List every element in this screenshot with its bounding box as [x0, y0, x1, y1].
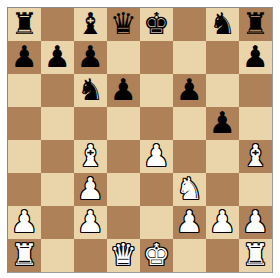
square-f8[interactable] [173, 8, 206, 41]
square-c6[interactable]: ♞ [74, 74, 107, 107]
piece-white-pawn: ♟ [209, 206, 236, 238]
piece-black-knight: ♞ [77, 74, 104, 106]
square-d1[interactable]: ♛ [107, 239, 140, 272]
piece-white-queen: ♛ [110, 239, 137, 271]
piece-black-knight: ♞ [209, 8, 236, 40]
square-c2[interactable]: ♟ [74, 206, 107, 239]
square-c5[interactable] [74, 107, 107, 140]
piece-white-rook: ♜ [242, 239, 269, 271]
square-h1[interactable]: ♜ [239, 239, 272, 272]
piece-black-pawn: ♟ [44, 41, 71, 73]
square-f4[interactable] [173, 140, 206, 173]
square-f2[interactable]: ♟ [173, 206, 206, 239]
piece-black-queen: ♛ [110, 8, 137, 40]
square-c3[interactable]: ♟ [74, 173, 107, 206]
piece-white-pawn: ♟ [11, 206, 38, 238]
square-a8[interactable]: ♜ [8, 8, 41, 41]
piece-black-pawn: ♟ [209, 107, 236, 139]
square-a1[interactable]: ♜ [8, 239, 41, 272]
piece-black-pawn: ♟ [77, 41, 104, 73]
square-a7[interactable]: ♟ [8, 41, 41, 74]
square-b3[interactable] [41, 173, 74, 206]
square-c4[interactable]: ♝ [74, 140, 107, 173]
piece-white-pawn: ♟ [242, 206, 269, 238]
square-a3[interactable] [8, 173, 41, 206]
piece-black-pawn: ♟ [11, 41, 38, 73]
square-h8[interactable]: ♜ [239, 8, 272, 41]
piece-black-pawn: ♟ [110, 74, 137, 106]
piece-white-bishop: ♝ [242, 140, 269, 172]
piece-white-rook: ♜ [11, 239, 38, 271]
square-e8[interactable]: ♚ [140, 8, 173, 41]
square-h5[interactable] [239, 107, 272, 140]
square-g8[interactable]: ♞ [206, 8, 239, 41]
chess-board: ♜♝♛♚♞♜♟♟♟♟♞♟♟♟♝♟♝♟♞♟♟♟♟♟♜♛♚♜ [7, 7, 273, 273]
square-c7[interactable]: ♟ [74, 41, 107, 74]
square-e6[interactable] [140, 74, 173, 107]
piece-black-bishop: ♝ [77, 8, 104, 40]
square-d6[interactable]: ♟ [107, 74, 140, 107]
piece-white-pawn: ♟ [77, 173, 104, 205]
square-f1[interactable] [173, 239, 206, 272]
square-d8[interactable]: ♛ [107, 8, 140, 41]
square-c1[interactable] [74, 239, 107, 272]
chess-diagram-window: ♜♝♛♚♞♜♟♟♟♟♞♟♟♟♝♟♝♟♞♟♟♟♟♟♜♛♚♜ [0, 0, 280, 278]
square-b8[interactable] [41, 8, 74, 41]
square-g5[interactable]: ♟ [206, 107, 239, 140]
square-g2[interactable]: ♟ [206, 206, 239, 239]
piece-black-king: ♚ [143, 8, 170, 40]
square-g3[interactable] [206, 173, 239, 206]
square-f6[interactable]: ♟ [173, 74, 206, 107]
square-d7[interactable] [107, 41, 140, 74]
square-e3[interactable] [140, 173, 173, 206]
piece-black-rook: ♜ [11, 8, 38, 40]
square-e1[interactable]: ♚ [140, 239, 173, 272]
piece-white-knight: ♞ [176, 173, 203, 205]
square-b4[interactable] [41, 140, 74, 173]
piece-white-pawn: ♟ [77, 206, 104, 238]
square-e7[interactable] [140, 41, 173, 74]
square-e5[interactable] [140, 107, 173, 140]
square-h3[interactable] [239, 173, 272, 206]
square-h7[interactable]: ♟ [239, 41, 272, 74]
piece-black-pawn: ♟ [242, 41, 269, 73]
piece-black-pawn: ♟ [176, 74, 203, 106]
square-e2[interactable] [140, 206, 173, 239]
square-h4[interactable]: ♝ [239, 140, 272, 173]
square-g1[interactable] [206, 239, 239, 272]
square-d2[interactable] [107, 206, 140, 239]
square-b6[interactable] [41, 74, 74, 107]
square-d5[interactable] [107, 107, 140, 140]
square-f3[interactable]: ♞ [173, 173, 206, 206]
piece-white-bishop: ♝ [77, 140, 104, 172]
square-f7[interactable] [173, 41, 206, 74]
square-c8[interactable]: ♝ [74, 8, 107, 41]
piece-white-king: ♚ [143, 239, 170, 271]
square-a2[interactable]: ♟ [8, 206, 41, 239]
square-e4[interactable]: ♟ [140, 140, 173, 173]
square-b5[interactable] [41, 107, 74, 140]
piece-white-pawn: ♟ [143, 140, 170, 172]
square-a4[interactable] [8, 140, 41, 173]
square-g4[interactable] [206, 140, 239, 173]
square-b2[interactable] [41, 206, 74, 239]
square-d3[interactable] [107, 173, 140, 206]
square-f5[interactable] [173, 107, 206, 140]
square-h6[interactable] [239, 74, 272, 107]
square-h2[interactable]: ♟ [239, 206, 272, 239]
square-a6[interactable] [8, 74, 41, 107]
square-b1[interactable] [41, 239, 74, 272]
piece-white-pawn: ♟ [176, 206, 203, 238]
square-g7[interactable] [206, 41, 239, 74]
square-b7[interactable]: ♟ [41, 41, 74, 74]
square-d4[interactable] [107, 140, 140, 173]
piece-black-rook: ♜ [242, 8, 269, 40]
square-a5[interactable] [8, 107, 41, 140]
square-g6[interactable] [206, 74, 239, 107]
